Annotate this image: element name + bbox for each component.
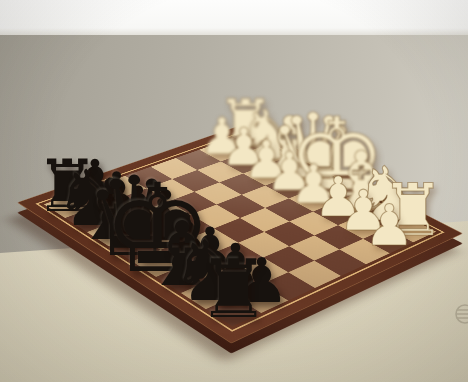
piece-black-rook[interactable]: ♜ — [197, 249, 269, 330]
piece-white-pawn[interactable]: ♟ — [364, 196, 415, 253]
faint-watermark-emblem — [446, 300, 468, 330]
photo-scene: ♜♟♞♟♝♟♛♟♚♟♟♝♜♟♟♞♞♟♟♜♝♟♟♛♟♚♟♝♟♞♟♜ — [0, 0, 468, 382]
pieces-layer: ♜♟♞♟♝♟♛♟♚♟♟♝♜♟♟♞♞♟♟♜♝♟♟♛♟♚♟♝♟♞♟♜ — [0, 0, 468, 382]
